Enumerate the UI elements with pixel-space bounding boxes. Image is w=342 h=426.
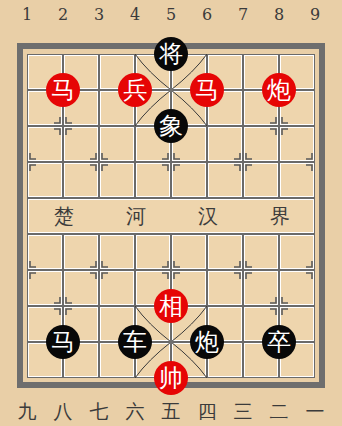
board-cell[interactable] <box>171 234 207 270</box>
bottom-coordinate-2: 八 <box>45 398 81 424</box>
board-cell[interactable] <box>99 234 135 270</box>
bottom-coordinate-4: 六 <box>117 398 153 424</box>
board-cell[interactable] <box>27 234 63 270</box>
bottom-coordinate-8: 二 <box>261 398 297 424</box>
red-horse-left-piece[interactable]: 马 <box>46 73 80 107</box>
board-cell[interactable] <box>279 270 315 306</box>
river: 楚河汉界 <box>27 198 315 234</box>
top-coordinate-7: 7 <box>225 3 261 27</box>
board-cell[interactable] <box>135 162 171 198</box>
top-coordinate-6: 6 <box>189 3 225 27</box>
river-label-3: 汉 <box>198 203 218 230</box>
bottom-coordinate-7: 三 <box>225 398 261 424</box>
xiangqi-board: 123456789 楚河汉界 将马兵马炮象相马车炮卒帅 九八七六五四三二一 <box>0 0 342 426</box>
board-cell[interactable] <box>207 234 243 270</box>
top-coordinate-1: 1 <box>9 3 45 27</box>
board-cell[interactable] <box>27 270 63 306</box>
board-cell[interactable] <box>99 126 135 162</box>
bottom-coordinates: 九八七六五四三二一 <box>9 398 333 424</box>
red-elephant-piece[interactable]: 相 <box>154 289 188 323</box>
board-cell[interactable] <box>279 126 315 162</box>
board-cell[interactable] <box>207 126 243 162</box>
bottom-coordinate-9: 一 <box>297 398 333 424</box>
top-coordinate-9: 9 <box>297 3 333 27</box>
board-cell[interactable] <box>243 234 279 270</box>
bottom-coordinate-1: 九 <box>9 398 45 424</box>
board-cell[interactable] <box>207 270 243 306</box>
black-soldier-piece[interactable]: 卒 <box>262 325 296 359</box>
black-cannon-piece[interactable]: 炮 <box>190 325 224 359</box>
bottom-coordinate-3: 七 <box>81 398 117 424</box>
bottom-coordinate-6: 四 <box>189 398 225 424</box>
board-cell[interactable] <box>243 270 279 306</box>
top-coordinate-5: 5 <box>153 3 189 27</box>
top-coordinates: 123456789 <box>9 3 333 27</box>
top-coordinate-2: 2 <box>45 3 81 27</box>
black-chariot-piece[interactable]: 车 <box>118 325 152 359</box>
bottom-coordinate-5: 五 <box>153 398 189 424</box>
board-cell[interactable] <box>243 162 279 198</box>
board-cell[interactable] <box>135 234 171 270</box>
river-label-2: 河 <box>126 203 146 230</box>
black-horse-piece[interactable]: 马 <box>46 325 80 359</box>
board-cell[interactable] <box>63 162 99 198</box>
black-elephant-piece[interactable]: 象 <box>154 109 188 143</box>
board-cell[interactable] <box>207 162 243 198</box>
board-cell[interactable] <box>279 162 315 198</box>
red-soldier-piece[interactable]: 兵 <box>118 73 152 107</box>
top-coordinate-3: 3 <box>81 3 117 27</box>
red-cannon-piece[interactable]: 炮 <box>262 73 296 107</box>
board-cell[interactable] <box>63 234 99 270</box>
top-coordinate-8: 8 <box>261 3 297 27</box>
board-cell[interactable] <box>99 162 135 198</box>
board-cell[interactable] <box>171 162 207 198</box>
red-general-piece[interactable]: 帅 <box>154 361 188 395</box>
board-cell[interactable] <box>279 234 315 270</box>
board-cell[interactable] <box>27 126 63 162</box>
board-cell[interactable] <box>99 270 135 306</box>
board-cell[interactable] <box>243 126 279 162</box>
river-label-1: 楚 <box>54 203 74 230</box>
board-cell[interactable] <box>63 126 99 162</box>
red-horse-right-piece[interactable]: 马 <box>190 73 224 107</box>
black-general-piece[interactable]: 将 <box>154 37 188 71</box>
board-cell[interactable] <box>63 270 99 306</box>
river-label-4: 界 <box>270 203 290 230</box>
top-coordinate-4: 4 <box>117 3 153 27</box>
board-cell[interactable] <box>27 162 63 198</box>
